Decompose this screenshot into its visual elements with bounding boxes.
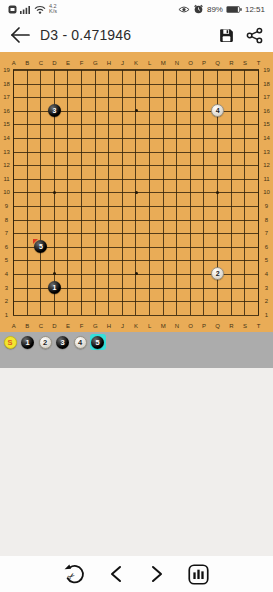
- row-label-right: 3: [265, 285, 268, 291]
- col-label-bottom: H: [107, 323, 111, 329]
- col-label-bottom: M: [161, 323, 166, 329]
- star-point-dot: [216, 191, 219, 194]
- stone-black: 5: [34, 240, 47, 253]
- eye-comfort-icon: [178, 5, 190, 14]
- stone-black-D16: 3: [48, 104, 62, 118]
- col-label-bottom: A: [12, 323, 16, 329]
- stone-black-D3: 1: [48, 281, 62, 295]
- row-label-right: 1: [265, 312, 268, 318]
- back-button[interactable]: [10, 23, 34, 47]
- col-label-bottom: K: [134, 323, 138, 329]
- battery-percent: 89%: [207, 5, 223, 14]
- row-label-right: 5: [265, 257, 268, 263]
- move-node-4[interactable]: 4: [74, 336, 87, 349]
- move-node-2[interactable]: 2: [39, 336, 52, 349]
- svg-text:✂: ✂: [65, 569, 77, 582]
- stone-white-Q4: 2: [211, 267, 225, 281]
- move-chip-black: 1: [21, 336, 34, 349]
- stone-white-Q16: 4: [211, 104, 225, 118]
- wifi-icon: [34, 5, 46, 14]
- undo-prune-button[interactable]: ✂: [62, 561, 88, 587]
- col-label-bottom: R: [229, 323, 233, 329]
- battery-icon: [226, 5, 242, 14]
- row-label-right: 9: [265, 203, 268, 209]
- row-label-right: 8: [265, 217, 268, 223]
- notification-app-icon: [8, 5, 17, 14]
- cell-signal-icon: [20, 5, 31, 14]
- star-point-D4: [48, 267, 62, 281]
- stone-black-C6: 5: [34, 240, 48, 254]
- analysis-panel: [0, 368, 273, 556]
- star-point-dot: [135, 272, 138, 275]
- star-point-K4: [129, 267, 143, 281]
- row-label-right: 2: [265, 298, 268, 304]
- col-label-bottom: O: [188, 323, 193, 329]
- star-point-dot: [135, 191, 138, 194]
- move-chip-black: 3: [56, 336, 69, 349]
- status-bar: 4.2 K/s 89% 12:51: [0, 0, 273, 18]
- move-node-1[interactable]: 1: [21, 336, 34, 349]
- col-label-bottom: S: [243, 323, 247, 329]
- row-label-right: 4: [265, 271, 268, 277]
- star-point-Q10: [211, 186, 225, 200]
- move-chip-black: 5: [91, 336, 104, 349]
- stone-white: 2: [211, 267, 224, 280]
- prev-move-button[interactable]: [103, 561, 129, 587]
- row-label-right: 7: [265, 230, 268, 236]
- col-label-bottom: J: [121, 323, 124, 329]
- stone-white: 4: [211, 104, 224, 117]
- board-intersections[interactable]: 12345: [7, 63, 265, 321]
- page-title: D3 - 0.471946: [40, 27, 217, 43]
- star-point-D10: [48, 186, 62, 200]
- col-label-bottom: B: [25, 323, 29, 329]
- stone-black: 1: [48, 281, 61, 294]
- col-label-bottom: D: [52, 323, 56, 329]
- next-move-button[interactable]: [144, 561, 170, 587]
- move-chip-white: 2: [39, 336, 52, 349]
- move-node-5[interactable]: 5: [90, 334, 106, 350]
- star-point-K16: [129, 104, 143, 118]
- status-left: 4.2 K/s: [8, 4, 57, 15]
- move-list: S12345: [0, 332, 273, 368]
- col-label-bottom: N: [175, 323, 179, 329]
- star-point-K10: [129, 186, 143, 200]
- row-label-right: 6: [265, 244, 268, 250]
- clock-time: 12:51: [245, 5, 265, 14]
- last-move-marker: [33, 239, 38, 244]
- col-label-bottom: L: [148, 323, 151, 329]
- move-node-start[interactable]: S: [4, 336, 17, 349]
- alarm-icon: [193, 4, 204, 14]
- col-label-bottom: C: [39, 323, 43, 329]
- move-node-3[interactable]: 3: [56, 336, 69, 349]
- stone-black: 3: [48, 104, 61, 117]
- col-label-bottom: P: [202, 323, 206, 329]
- status-right: 89% 12:51: [178, 4, 265, 14]
- network-speed: 4.2 K/s: [49, 4, 57, 15]
- save-button[interactable]: [217, 26, 235, 44]
- col-label-bottom: F: [80, 323, 84, 329]
- move-chip-white: 4: [74, 336, 87, 349]
- col-label-bottom: G: [93, 323, 98, 329]
- bottom-toolbar: ✂: [0, 556, 273, 592]
- col-label-bottom: E: [66, 323, 70, 329]
- analysis-chart-button[interactable]: [185, 561, 211, 587]
- star-point-dot: [53, 191, 56, 194]
- star-point-dot: [53, 272, 56, 275]
- start-chip: S: [4, 336, 17, 349]
- col-label-bottom: T: [257, 323, 261, 329]
- go-board[interactable]: AABBCCDDEEFFGGHHJJKKLLMMNNOOPPQQRRSSTT19…: [0, 52, 273, 332]
- col-label-bottom: Q: [215, 323, 220, 329]
- star-point-dot: [135, 109, 138, 112]
- app-screen: 4.2 K/s 89% 12:51 D3 - 0.471946: [0, 0, 273, 592]
- title-bar: D3 - 0.471946: [0, 18, 273, 52]
- share-button[interactable]: [245, 26, 263, 44]
